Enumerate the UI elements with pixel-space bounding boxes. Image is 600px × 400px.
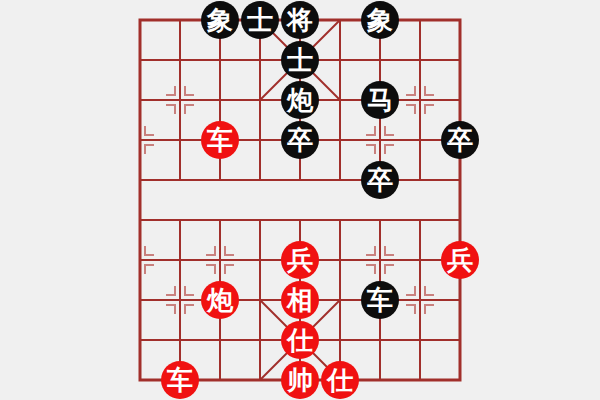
piece-red-soldier[interactable]: 兵 [441,241,479,279]
piece-black-advisor[interactable]: 士 [241,1,279,39]
piece-black-soldier[interactable]: 卒 [281,121,319,159]
piece-red-chariot[interactable]: 车 [201,121,239,159]
piece-black-soldier[interactable]: 卒 [441,121,479,159]
piece-red-general[interactable]: 帅 [281,361,319,399]
xiangqi-board: 象士将象士炮马车卒卒卒兵兵炮相车仕车帅仕 [0,0,600,400]
piece-red-advisor[interactable]: 仕 [321,361,359,399]
piece-black-elephant[interactable]: 象 [361,1,399,39]
piece-red-cannon[interactable]: 炮 [201,281,239,319]
piece-red-chariot[interactable]: 车 [161,361,199,399]
piece-black-soldier[interactable]: 卒 [361,161,399,199]
piece-red-elephant[interactable]: 相 [281,281,319,319]
piece-red-soldier[interactable]: 兵 [281,241,319,279]
piece-black-horse[interactable]: 马 [361,81,399,119]
piece-layer[interactable]: 象士将象士炮马车卒卒卒兵兵炮相车仕车帅仕 [120,0,480,400]
piece-black-cannon[interactable]: 炮 [281,81,319,119]
piece-red-advisor[interactable]: 仕 [281,321,319,359]
piece-black-general[interactable]: 将 [281,1,319,39]
piece-black-elephant[interactable]: 象 [201,1,239,39]
piece-black-chariot[interactable]: 车 [361,281,399,319]
piece-black-advisor[interactable]: 士 [281,41,319,79]
